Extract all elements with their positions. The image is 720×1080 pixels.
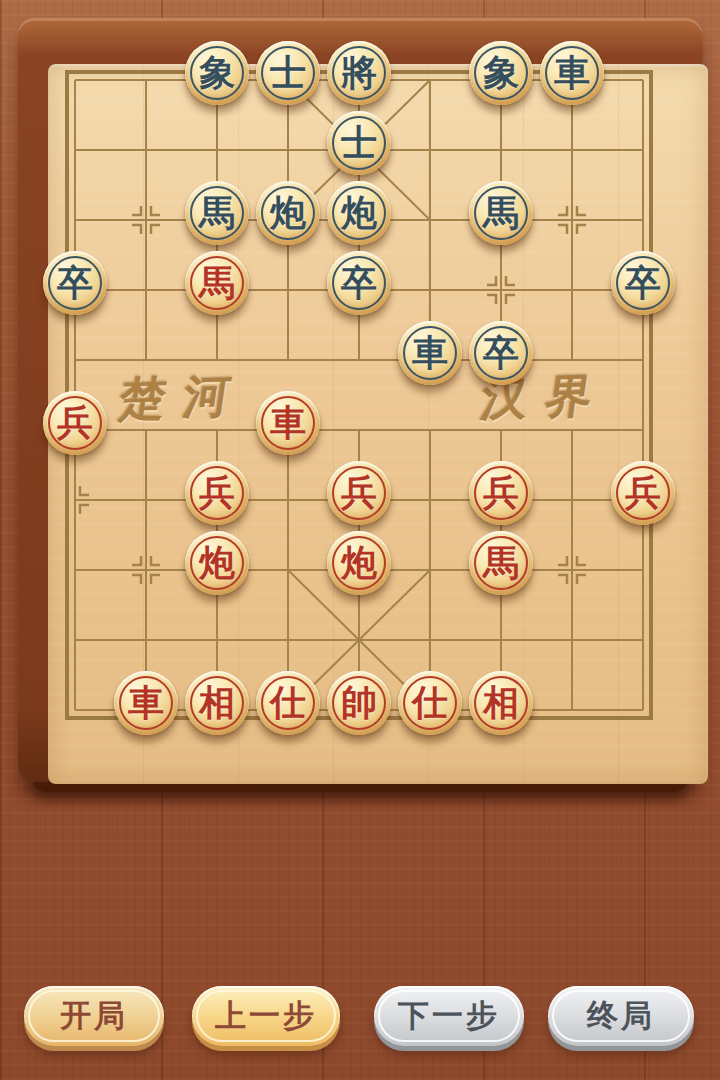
piece-black-卒[interactable]: 卒 xyxy=(43,251,107,315)
piece-glyph: 兵 xyxy=(483,474,519,510)
next-move-button[interactable]: 下一步 xyxy=(374,986,524,1046)
piece-glyph: 象 xyxy=(483,54,519,90)
piece-black-士[interactable]: 士 xyxy=(256,41,320,105)
piece-red-相[interactable]: 相 xyxy=(185,671,249,735)
undo-move-button[interactable]: 上一步 xyxy=(192,986,340,1046)
piece-red-兵[interactable]: 兵 xyxy=(43,391,107,455)
piece-red-兵[interactable]: 兵 xyxy=(185,461,249,525)
piece-glyph: 馬 xyxy=(483,544,519,580)
piece-glyph: 兵 xyxy=(199,474,235,510)
piece-glyph: 卒 xyxy=(625,264,661,300)
piece-glyph: 士 xyxy=(270,54,306,90)
piece-glyph: 卒 xyxy=(57,264,93,300)
piece-black-卒[interactable]: 卒 xyxy=(611,251,675,315)
piece-black-士[interactable]: 士 xyxy=(327,111,391,175)
piece-red-車[interactable]: 車 xyxy=(256,391,320,455)
piece-red-兵[interactable]: 兵 xyxy=(611,461,675,525)
piece-red-車[interactable]: 車 xyxy=(114,671,178,735)
piece-glyph: 兵 xyxy=(57,404,93,440)
piece-glyph: 車 xyxy=(128,684,164,720)
piece-black-馬[interactable]: 馬 xyxy=(185,181,249,245)
piece-black-車[interactable]: 車 xyxy=(398,321,462,385)
piece-glyph: 馬 xyxy=(483,194,519,230)
piece-black-炮[interactable]: 炮 xyxy=(327,181,391,245)
piece-black-象[interactable]: 象 xyxy=(185,41,249,105)
piece-glyph: 相 xyxy=(199,684,235,720)
piece-glyph: 兵 xyxy=(625,474,661,510)
piece-glyph: 炮 xyxy=(341,544,377,580)
piece-black-車[interactable]: 車 xyxy=(540,41,604,105)
piece-glyph: 帥 xyxy=(341,684,377,720)
piece-black-象[interactable]: 象 xyxy=(469,41,533,105)
piece-red-帥[interactable]: 帥 xyxy=(327,671,391,735)
piece-black-將[interactable]: 將 xyxy=(327,41,391,105)
piece-glyph: 車 xyxy=(270,404,306,440)
piece-glyph: 炮 xyxy=(270,194,306,230)
piece-glyph: 象 xyxy=(199,54,235,90)
piece-glyph: 卒 xyxy=(483,334,519,370)
piece-glyph: 炮 xyxy=(341,194,377,230)
piece-black-卒[interactable]: 卒 xyxy=(327,251,391,315)
piece-glyph: 仕 xyxy=(412,684,448,720)
piece-glyph: 相 xyxy=(483,684,519,720)
piece-red-馬[interactable]: 馬 xyxy=(469,531,533,595)
piece-red-馬[interactable]: 馬 xyxy=(185,251,249,315)
piece-glyph: 將 xyxy=(341,54,377,90)
piece-glyph: 炮 xyxy=(199,544,235,580)
piece-red-炮[interactable]: 炮 xyxy=(185,531,249,595)
piece-black-卒[interactable]: 卒 xyxy=(469,321,533,385)
piece-black-馬[interactable]: 馬 xyxy=(469,181,533,245)
piece-red-兵[interactable]: 兵 xyxy=(327,461,391,525)
restart-button[interactable]: 开局 xyxy=(24,986,164,1046)
piece-red-仕[interactable]: 仕 xyxy=(256,671,320,735)
piece-glyph: 車 xyxy=(554,54,590,90)
piece-glyph: 卒 xyxy=(341,264,377,300)
piece-glyph: 馬 xyxy=(199,194,235,230)
piece-glyph: 士 xyxy=(341,124,377,160)
piece-red-相[interactable]: 相 xyxy=(469,671,533,735)
piece-glyph: 兵 xyxy=(341,474,377,510)
piece-glyph: 馬 xyxy=(199,264,235,300)
piece-red-炮[interactable]: 炮 xyxy=(327,531,391,595)
piece-red-仕[interactable]: 仕 xyxy=(398,671,462,735)
piece-black-炮[interactable]: 炮 xyxy=(256,181,320,245)
final-position-button[interactable]: 终局 xyxy=(548,986,694,1046)
piece-glyph: 車 xyxy=(412,334,448,370)
piece-glyph: 仕 xyxy=(270,684,306,720)
piece-red-兵[interactable]: 兵 xyxy=(469,461,533,525)
river-label-left: 楚河 xyxy=(116,372,251,422)
